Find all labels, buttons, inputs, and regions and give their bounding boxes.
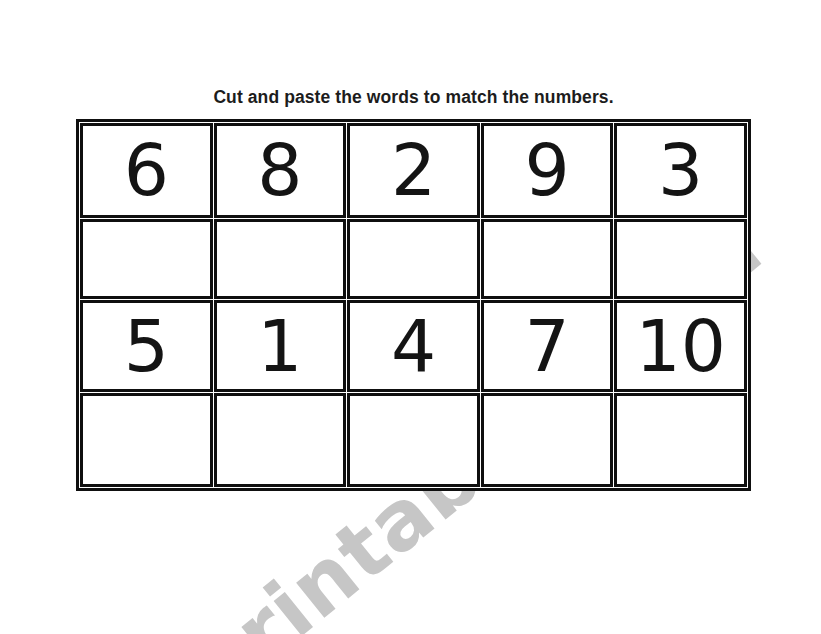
grid-cell-r3c3: 4: [347, 300, 480, 392]
grid-cell-r2c2: [214, 219, 347, 299]
worksheet-page: Cut and paste the words to match the num…: [0, 0, 821, 634]
grid-cell-r1c5: 3: [614, 123, 747, 218]
grid-cell-r3c4: 7: [481, 300, 614, 392]
grid-cell-r3c2: 1: [214, 300, 347, 392]
grid-cell-r3c5: 10: [614, 300, 747, 392]
grid-cell-r2c5: [614, 219, 747, 299]
grid-cell-r4c5: [614, 393, 747, 487]
grid-cell-r4c2: [214, 393, 347, 487]
grid-cell-r2c3: [347, 219, 480, 299]
grid-cell-r2c4: [481, 219, 614, 299]
grid-cell-r3c1: 5: [80, 300, 213, 392]
grid-cell-r1c2: 8: [214, 123, 347, 218]
grid-cell-r4c1: [80, 393, 213, 487]
worksheet-title: Cut and paste the words to match the num…: [76, 87, 751, 108]
grid-cell-r1c4: 9: [481, 123, 614, 218]
grid-cell-r1c1: 6: [80, 123, 213, 218]
grid-cell-r2c1: [80, 219, 213, 299]
number-grid: 6 8 2 9 3 5 1 4 7 10: [76, 119, 751, 491]
grid-cell-r4c4: [481, 393, 614, 487]
grid-cell-r1c3: 2: [347, 123, 480, 218]
grid-cell-r4c3: [347, 393, 480, 487]
